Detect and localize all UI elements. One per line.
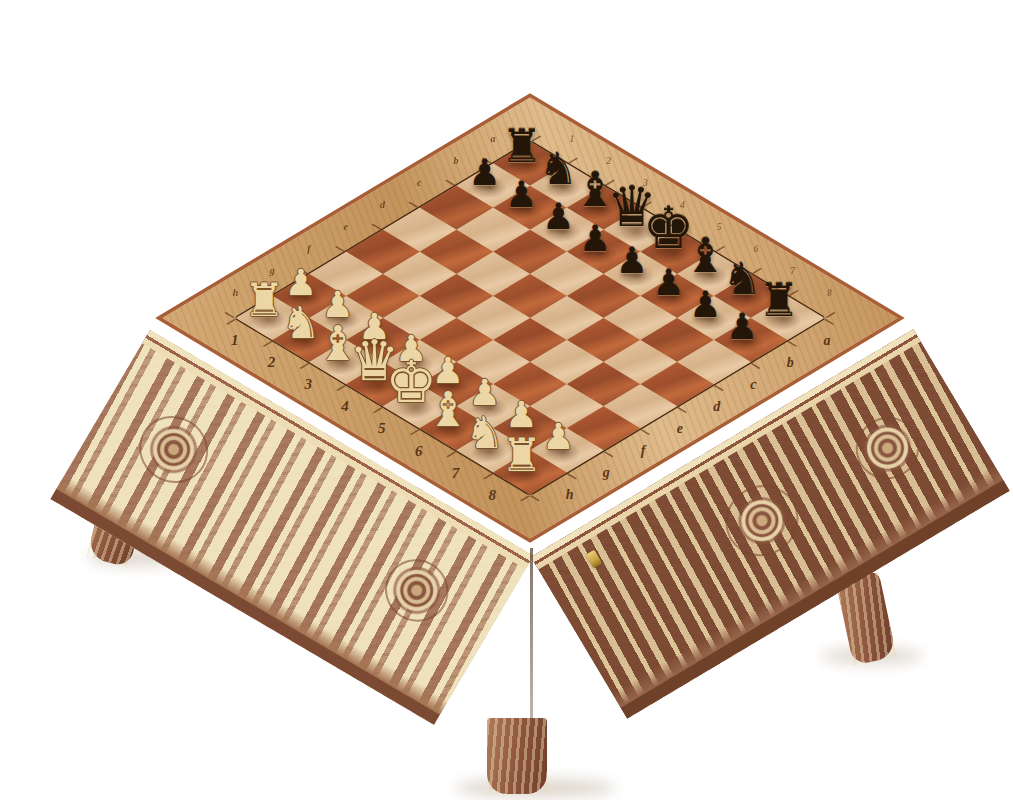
file-label-south: 2 xyxy=(261,354,283,371)
border-tick-mark xyxy=(824,319,834,325)
rank-label-east: b xyxy=(779,355,801,371)
carved-medallion xyxy=(127,403,221,495)
white-rook-glyph: ♜ xyxy=(490,432,554,478)
border-tick-mark xyxy=(751,363,761,369)
border-tick-mark xyxy=(530,495,540,501)
rank-label-east: h xyxy=(559,487,581,503)
file-label-south: 5 xyxy=(371,420,393,437)
rank-label-east: d xyxy=(706,399,728,415)
border-tick-mark xyxy=(787,341,797,347)
file-label-south: 3 xyxy=(297,376,319,393)
border-tick-mark xyxy=(640,429,650,435)
file-label-south: 7 xyxy=(444,465,466,482)
border-tick-mark xyxy=(604,451,614,457)
border-tick-mark xyxy=(714,385,724,391)
rank-label-east: c xyxy=(742,377,764,393)
border-tick-mark xyxy=(372,224,382,230)
rank-label-west: d xyxy=(372,199,394,210)
file-label-south: 6 xyxy=(408,443,430,460)
rank-label-east: g xyxy=(595,465,617,481)
black-pawn-glyph: ♟ xyxy=(710,309,774,345)
file-label-south: 8 xyxy=(481,487,503,504)
carved-medallion xyxy=(373,547,460,633)
file-label-south: 4 xyxy=(334,398,356,415)
rank-label-west: f xyxy=(298,243,320,254)
border-tick-mark xyxy=(826,312,836,318)
rank-label-east: a xyxy=(816,333,838,349)
rank-label-east: e xyxy=(669,421,691,437)
border-tick-mark xyxy=(567,473,577,479)
border-tick-mark xyxy=(677,407,687,413)
carved-medallion xyxy=(712,472,811,570)
rank-label-east: f xyxy=(632,443,654,459)
box-hinge xyxy=(586,550,603,569)
border-tick-mark xyxy=(408,202,418,208)
border-tick-mark xyxy=(520,495,530,501)
carved-medallion xyxy=(844,405,931,491)
box-foot-front xyxy=(487,718,547,794)
product-photo: ♜♞♝♛♚♝♞♜♟♟♟♟♟♟♟♟♟♟♟♟♟♟♟♟♜♞♝♛♚♝♞♜ 1234567… xyxy=(0,0,1013,800)
file-label-north: 8 xyxy=(818,287,840,298)
file-label-south: 1 xyxy=(224,332,246,349)
rank-label-west: c xyxy=(408,177,430,188)
border-tick-mark xyxy=(335,246,345,252)
rank-label-west: e xyxy=(335,221,357,232)
